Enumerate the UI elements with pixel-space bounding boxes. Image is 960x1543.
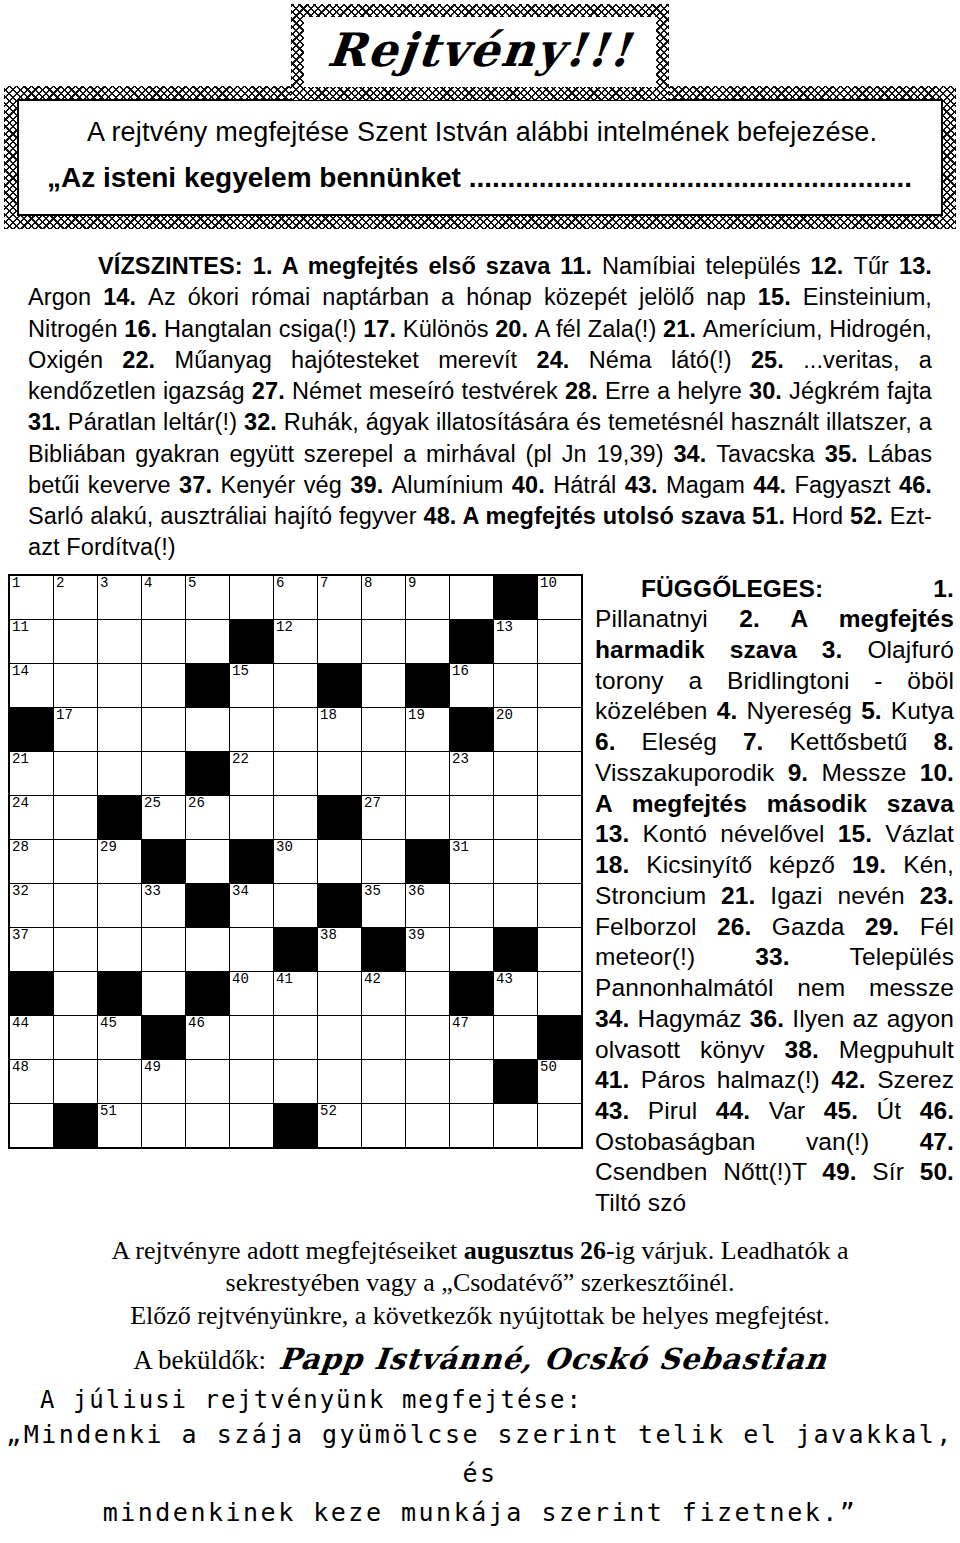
- clue-text: Hangtalan csiga(!): [164, 316, 363, 342]
- grid-cell[interactable]: 18: [318, 708, 361, 751]
- clue-text: Műanyag hajótesteket merevít: [174, 347, 536, 373]
- grid-cell[interactable]: [98, 664, 141, 707]
- grid-cell[interactable]: [274, 664, 317, 707]
- grid-cell[interactable]: [538, 620, 581, 663]
- grid-cell[interactable]: [406, 752, 449, 795]
- grid-cell[interactable]: 28: [10, 840, 53, 883]
- grid-cell[interactable]: [494, 664, 537, 707]
- grid-cell[interactable]: 3: [98, 576, 141, 619]
- grid-cell[interactable]: [538, 840, 581, 883]
- grid-cell-black: [186, 664, 229, 707]
- grid-cell[interactable]: [274, 708, 317, 751]
- clue-text: Néma látó(!): [589, 347, 751, 373]
- grid-cell[interactable]: [230, 1104, 273, 1147]
- grid-cell[interactable]: 4: [142, 576, 185, 619]
- grid-cell[interactable]: [142, 620, 185, 663]
- grid-cell[interactable]: [538, 708, 581, 751]
- clue-number: 37.: [179, 472, 220, 498]
- clue-text: A megfejtés utolsó szava: [462, 503, 752, 529]
- clue-number: 10.: [920, 759, 954, 786]
- clue-number: 1.: [933, 575, 954, 602]
- cell-number: 27: [364, 796, 381, 811]
- cell-number: 13: [496, 620, 513, 635]
- clue-number: 12.: [811, 253, 854, 279]
- clue-text: Szerez: [877, 1066, 954, 1093]
- grid-cell[interactable]: [274, 1060, 317, 1103]
- cell-number: 38: [320, 928, 337, 943]
- grid-cell[interactable]: 35: [362, 884, 405, 927]
- clue-text: Vázlat: [885, 820, 954, 847]
- grid-cell[interactable]: 44: [10, 1016, 53, 1059]
- clue-number: 46.: [920, 1097, 954, 1124]
- clue-number: 17.: [363, 316, 403, 342]
- clue-text: Megpuhult: [839, 1036, 954, 1063]
- down-clues: FÜGGŐLEGES: 1. Pillanatnyi 2. A megfejté…: [595, 574, 956, 1219]
- clue-number: 2.: [739, 605, 790, 632]
- clue-text: Sír: [872, 1158, 919, 1185]
- clue-text: Erre a helyre: [605, 378, 749, 404]
- cell-number: 34: [232, 884, 249, 899]
- grid-cell[interactable]: [142, 708, 185, 751]
- grid-cell[interactable]: [54, 840, 97, 883]
- intro-quote-box: A rejtvény megfejtése Szent István alább…: [4, 86, 956, 229]
- grid-cell[interactable]: 11: [10, 620, 53, 663]
- grid-cell[interactable]: [98, 928, 141, 971]
- grid-cell[interactable]: [54, 1016, 97, 1059]
- grid-cell[interactable]: [186, 1104, 229, 1147]
- clue-text: Eleség: [642, 728, 743, 755]
- cell-number: 48: [12, 1060, 29, 1075]
- grid-cell-black: [362, 928, 405, 971]
- clue-number: 1.: [253, 253, 282, 279]
- clue-number: 52.: [850, 503, 890, 529]
- grid-cell[interactable]: 13: [494, 620, 537, 663]
- grid-cell[interactable]: [230, 1060, 273, 1103]
- cell-number: 19: [408, 708, 425, 723]
- grid-cell[interactable]: 50: [538, 1060, 581, 1103]
- clue-number: 21.: [721, 882, 770, 909]
- grid-cell[interactable]: 37: [10, 928, 53, 971]
- clue-text: Nyereség: [746, 697, 861, 724]
- clue-text: Hord: [792, 503, 850, 529]
- grid-cell[interactable]: 6: [274, 576, 317, 619]
- grid-cell[interactable]: [538, 664, 581, 707]
- clue-text: Az ókori római naptárban a hónap közepét…: [148, 284, 758, 310]
- grid-cell-black: [318, 664, 361, 707]
- grid-cell[interactable]: [54, 752, 97, 795]
- clue-number: 30.: [749, 378, 789, 404]
- july-solution-label: A júliusi rejtvényünk megfejtése:: [40, 1386, 960, 1414]
- previous-puzzle-text: Előző rejtvényünkre, a következők nyújto…: [0, 1300, 960, 1333]
- grid-cell[interactable]: 48: [10, 1060, 53, 1103]
- grid-cell[interactable]: 33: [142, 884, 185, 927]
- grid-cell[interactable]: [142, 664, 185, 707]
- grid-cell[interactable]: [362, 840, 405, 883]
- grid-cell[interactable]: 10: [538, 576, 581, 619]
- clue-text: Igazi nevén: [770, 882, 919, 909]
- cell-number: 2: [56, 576, 64, 591]
- clue-text: Kontó névelővel: [643, 820, 838, 847]
- grid-cell-black: [230, 620, 273, 663]
- grid-cell[interactable]: 19: [406, 708, 449, 751]
- grid-cell[interactable]: [54, 928, 97, 971]
- grid-cell-black: [186, 752, 229, 795]
- grid-cell-black: [406, 840, 449, 883]
- cell-number: 29: [100, 840, 117, 855]
- grid-cell[interactable]: [494, 752, 537, 795]
- grid-cell[interactable]: [538, 972, 581, 1015]
- grid-cell[interactable]: [274, 884, 317, 927]
- title-box: Rejtvény!!!: [291, 4, 669, 100]
- grid-cell[interactable]: [406, 1016, 449, 1059]
- grid-cell[interactable]: 15: [230, 664, 273, 707]
- grid-cell[interactable]: [450, 884, 493, 927]
- clue-number: 46.: [899, 472, 932, 498]
- grid-cell[interactable]: 25: [142, 796, 185, 839]
- grid-cell[interactable]: 30: [274, 840, 317, 883]
- grid-cell[interactable]: [10, 1104, 53, 1147]
- grid-cell[interactable]: 49: [142, 1060, 185, 1103]
- cell-number: 5: [188, 576, 196, 591]
- clue-number: 48.: [423, 503, 462, 529]
- clue-text: Pirul: [648, 1097, 716, 1124]
- grid-cell[interactable]: 21: [10, 752, 53, 795]
- cell-number: 39: [408, 928, 425, 943]
- clue-number: 33.: [755, 943, 849, 970]
- grid-cell[interactable]: [318, 752, 361, 795]
- clue-text: Pillanatnyi: [595, 605, 739, 632]
- grid-cell[interactable]: [450, 576, 493, 619]
- grid-cell[interactable]: 39: [406, 928, 449, 971]
- cell-number: 51: [100, 1104, 117, 1119]
- grid-cell[interactable]: 27: [362, 796, 405, 839]
- grid-cell[interactable]: 1: [10, 576, 53, 619]
- grid-cell[interactable]: 12: [274, 620, 317, 663]
- grid-cell[interactable]: [186, 840, 229, 883]
- submission-deadline-text: A rejtvényre adott megfejtéseiket augusz…: [65, 1235, 895, 1300]
- grid-cell[interactable]: [142, 752, 185, 795]
- grid-cell[interactable]: 42: [362, 972, 405, 1015]
- clue-number: 6.: [595, 728, 642, 755]
- clue-text: Gazda: [772, 913, 865, 940]
- grid-cell[interactable]: [494, 840, 537, 883]
- grid-cell[interactable]: [450, 1060, 493, 1103]
- grid-cell[interactable]: 34: [230, 884, 273, 927]
- grid-cell[interactable]: 52: [318, 1104, 361, 1147]
- cell-number: 52: [320, 1104, 337, 1119]
- cell-number: 44: [12, 1016, 29, 1031]
- cell-number: 42: [364, 972, 381, 987]
- clue-text: Tiltó szó: [595, 1189, 686, 1216]
- grid-cell[interactable]: [362, 1016, 405, 1059]
- grid-cell[interactable]: [362, 708, 405, 751]
- grid-cell[interactable]: [318, 840, 361, 883]
- clue-number: 4.: [717, 697, 747, 724]
- clue-text: Páratlan leltár(!): [68, 409, 244, 435]
- grid-cell[interactable]: [538, 1104, 581, 1147]
- grid-cell[interactable]: [230, 928, 273, 971]
- grid-cell-black: [186, 884, 229, 927]
- cell-number: 41: [276, 972, 293, 987]
- cell-number: 16: [452, 664, 469, 679]
- grid-cell[interactable]: [538, 752, 581, 795]
- grid-cell[interactable]: 8: [362, 576, 405, 619]
- grid-cell-black: [98, 972, 141, 1015]
- clue-text: Német meseíró testvérek: [292, 378, 565, 404]
- grid-cell[interactable]: 47: [450, 1016, 493, 1059]
- grid-cell-black: [450, 708, 493, 751]
- grid-cell[interactable]: [450, 928, 493, 971]
- clue-text: Kutya: [891, 697, 954, 724]
- grid-cell[interactable]: [98, 708, 141, 751]
- senders-label: A beküldők:: [133, 1345, 266, 1375]
- grid-cell[interactable]: [186, 708, 229, 751]
- grid-cell[interactable]: 45: [98, 1016, 141, 1059]
- senders-names: Papp Istvánné, Ocskó Sebastian: [277, 1342, 829, 1376]
- clue-number: 28.: [565, 378, 605, 404]
- clue-text: Kettősbetű: [789, 728, 933, 755]
- intro-line2: „Az isteni kegyelem bennünket ..........…: [47, 162, 913, 194]
- grid-cell-black: [450, 620, 493, 663]
- grid-cell-black: [186, 972, 229, 1015]
- clue-number: 14.: [103, 284, 148, 310]
- grid-cell[interactable]: 29: [98, 840, 141, 883]
- grid-cell[interactable]: 46: [186, 1016, 229, 1059]
- grid-cell-black: [10, 708, 53, 751]
- clue-number: 49.: [822, 1158, 872, 1185]
- clue-text: Fagyaszt: [795, 472, 899, 498]
- clue-text: Visszakuporodik: [595, 759, 788, 786]
- grid-cell-black: [98, 796, 141, 839]
- grid-cell[interactable]: [318, 1016, 361, 1059]
- grid-cell[interactable]: [54, 972, 97, 1015]
- grid-cell[interactable]: [274, 1016, 317, 1059]
- grid-cell-black: [406, 664, 449, 707]
- grid-cell[interactable]: [54, 884, 97, 927]
- grid-cell[interactable]: [362, 1060, 405, 1103]
- grid-cell[interactable]: [406, 972, 449, 1015]
- july-solution-quote: „Mindenki a szája gyümölcse szerint teli…: [0, 1416, 960, 1532]
- grid-cell[interactable]: [142, 1104, 185, 1147]
- grid-cell[interactable]: [318, 972, 361, 1015]
- clue-number: 36.: [750, 1005, 792, 1032]
- grid-cell[interactable]: [450, 1104, 493, 1147]
- grid-cell[interactable]: 40: [230, 972, 273, 1015]
- clue-number: 44.: [716, 1097, 769, 1124]
- clue-number: 51.: [752, 503, 792, 529]
- clue-number: 32.: [244, 409, 284, 435]
- cell-number: 46: [188, 1016, 205, 1031]
- grid-cell[interactable]: 2: [54, 576, 97, 619]
- grid-cell[interactable]: [230, 796, 273, 839]
- cell-number: 6: [276, 576, 284, 591]
- grid-cell[interactable]: [362, 620, 405, 663]
- grid-cell[interactable]: [98, 752, 141, 795]
- grid-cell[interactable]: [98, 1060, 141, 1103]
- grid-cell[interactable]: [494, 884, 537, 927]
- cell-number: 4: [144, 576, 152, 591]
- clue-text: Hagymáz: [637, 1005, 749, 1032]
- clue-number: 27.: [252, 378, 292, 404]
- grid-cell[interactable]: 41: [274, 972, 317, 1015]
- crossword-grid[interactable]: 1234567891011121314151617181920212223242…: [8, 574, 583, 1149]
- grid-cell[interactable]: [538, 884, 581, 927]
- grid-cell-black: [10, 972, 53, 1015]
- clue-text: Tűr: [853, 253, 899, 279]
- clue-number: 41.: [595, 1066, 641, 1093]
- grid-cell[interactable]: [406, 620, 449, 663]
- grid-cell[interactable]: [406, 796, 449, 839]
- grid-cell[interactable]: 43: [494, 972, 537, 1015]
- clue-text: Messze: [821, 759, 919, 786]
- cell-number: 35: [364, 884, 381, 899]
- cell-number: 15: [232, 664, 249, 679]
- grid-cell[interactable]: 36: [406, 884, 449, 927]
- grid-cell[interactable]: [142, 972, 185, 1015]
- cell-number: 37: [12, 928, 29, 943]
- grid-cell[interactable]: [538, 928, 581, 971]
- across-clues: VÍZSZINTES: 1. A megfejtés első szava 11…: [28, 251, 932, 564]
- grid-cell-black: [230, 840, 273, 883]
- grid-cell[interactable]: [142, 928, 185, 971]
- grid-cell[interactable]: [406, 1104, 449, 1147]
- cell-number: 22: [232, 752, 249, 767]
- clue-number: 22.: [122, 347, 174, 373]
- grid-cell[interactable]: [274, 796, 317, 839]
- grid-cell[interactable]: [54, 664, 97, 707]
- clue-number: 5.: [861, 697, 891, 724]
- grid-cell[interactable]: [274, 752, 317, 795]
- grid-cell[interactable]: [538, 796, 581, 839]
- grid-cell[interactable]: [54, 1060, 97, 1103]
- cell-number: 24: [12, 796, 29, 811]
- clue-number: 20.: [495, 316, 535, 342]
- cell-number: 30: [276, 840, 293, 855]
- grid-cell[interactable]: [494, 796, 537, 839]
- cell-number: 32: [12, 884, 29, 899]
- grid-cell[interactable]: 31: [450, 840, 493, 883]
- grid-cell[interactable]: 22: [230, 752, 273, 795]
- grid-cell[interactable]: [494, 1104, 537, 1147]
- clue-section-label: VÍZSZINTES:: [98, 253, 253, 279]
- grid-cell[interactable]: [450, 796, 493, 839]
- clue-number: 43.: [595, 1097, 648, 1124]
- clue-number: 39.: [350, 472, 391, 498]
- clue-text: Felborzol: [595, 913, 717, 940]
- clue-text: Csendben Nőtt(!)T: [595, 1158, 822, 1185]
- grid-cell[interactable]: 23: [450, 752, 493, 795]
- clue-text: Hátrál: [553, 472, 625, 498]
- clue-text: Kicsinyítő képző: [646, 851, 852, 878]
- clue-number: 15.: [838, 820, 886, 847]
- grid-cell[interactable]: [98, 884, 141, 927]
- clue-text: Tavacska: [716, 441, 825, 467]
- clue-number: 26.: [717, 913, 772, 940]
- clue-text: Var: [769, 1097, 824, 1124]
- grid-cell[interactable]: 7: [318, 576, 361, 619]
- clue-text: A megfejtés első szava: [282, 253, 561, 279]
- grid-cell[interactable]: [362, 752, 405, 795]
- cell-number: 10: [540, 576, 557, 591]
- grid-cell[interactable]: 38: [318, 928, 361, 971]
- cell-number: 26: [188, 796, 205, 811]
- grid-cell[interactable]: 20: [494, 708, 537, 751]
- grid-cell[interactable]: 26: [186, 796, 229, 839]
- grid-cell[interactable]: 32: [10, 884, 53, 927]
- cell-number: 18: [320, 708, 337, 723]
- grid-cell-black: [142, 1016, 185, 1059]
- clue-section-label: FÜGGŐLEGES:: [641, 575, 933, 602]
- page-title: Rejtvény!!!: [325, 23, 635, 77]
- grid-cell[interactable]: [230, 576, 273, 619]
- grid-cell[interactable]: [230, 1016, 273, 1059]
- grid-cell[interactable]: [186, 1060, 229, 1103]
- clue-text: Alumínium: [392, 472, 512, 498]
- clue-text: Ostobaságban van(!): [595, 1128, 920, 1155]
- cell-number: 1: [12, 576, 20, 591]
- cell-number: 47: [452, 1016, 469, 1031]
- cell-number: 33: [144, 884, 161, 899]
- clue-text: A fél Zala(!): [535, 316, 663, 342]
- cell-number: 7: [320, 576, 328, 591]
- clue-number: 11.: [560, 253, 602, 279]
- grid-cell[interactable]: [362, 1104, 405, 1147]
- cell-number: 12: [276, 620, 293, 635]
- grid-cell[interactable]: 14: [10, 664, 53, 707]
- clue-number: 18.: [595, 851, 646, 878]
- cell-number: 49: [144, 1060, 161, 1075]
- grid-cell[interactable]: 16: [450, 664, 493, 707]
- grid-cell[interactable]: [186, 620, 229, 663]
- cell-number: 31: [452, 840, 469, 855]
- clue-number: 34.: [595, 1005, 637, 1032]
- grid-cell[interactable]: 51: [98, 1104, 141, 1147]
- clue-number: 24.: [536, 347, 588, 373]
- cell-number: 11: [12, 620, 29, 635]
- grid-cell-black: [450, 972, 493, 1015]
- grid-cell[interactable]: [318, 620, 361, 663]
- grid-cell-black: [494, 1060, 537, 1103]
- cell-number: 36: [408, 884, 425, 899]
- cell-number: 40: [232, 972, 249, 987]
- grid-cell-black: [318, 796, 361, 839]
- clue-text: Különös: [403, 316, 495, 342]
- grid-cell[interactable]: [494, 1016, 537, 1059]
- grid-cell[interactable]: 17: [54, 708, 97, 751]
- clue-number: 31.: [28, 409, 68, 435]
- grid-cell[interactable]: [98, 620, 141, 663]
- grid-cell-black: [538, 1016, 581, 1059]
- grid-cell[interactable]: 9: [406, 576, 449, 619]
- grid-cell[interactable]: [54, 620, 97, 663]
- grid-cell[interactable]: 24: [10, 796, 53, 839]
- grid-cell[interactable]: [406, 1060, 449, 1103]
- cell-number: 17: [56, 708, 73, 723]
- clue-number: 15.: [758, 284, 803, 310]
- clue-text: Magam: [666, 472, 753, 498]
- clue-number: 13.: [595, 820, 643, 847]
- clue-number: 16.: [124, 316, 164, 342]
- grid-cell[interactable]: [186, 928, 229, 971]
- grid-cell[interactable]: [54, 796, 97, 839]
- grid-cell-black: [274, 1104, 317, 1147]
- clue-text: Sarló alakú, ausztráliai hajító fegyver: [28, 503, 423, 529]
- grid-cell[interactable]: [318, 1060, 361, 1103]
- grid-cell[interactable]: 5: [186, 576, 229, 619]
- grid-cell[interactable]: [362, 664, 405, 707]
- grid-cell[interactable]: [230, 708, 273, 751]
- clue-text: Jégkrém fajta: [789, 378, 932, 404]
